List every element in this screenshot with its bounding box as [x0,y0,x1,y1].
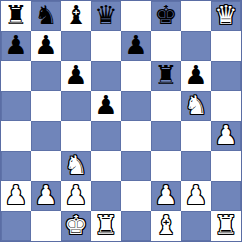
square-a1[interactable] [1,211,31,241]
square-c5[interactable] [61,91,91,121]
square-b6[interactable] [31,61,61,91]
square-h5[interactable] [211,91,241,121]
square-f8[interactable]: ♚ [151,1,181,31]
square-e4[interactable] [121,121,151,151]
square-h2[interactable] [211,181,241,211]
white-pawn-piece[interactable]: ♟ [154,180,177,210]
white-pawn-piece[interactable]: ♟ [214,120,237,150]
square-c2[interactable]: ♟ [61,181,91,211]
square-e6[interactable] [121,61,151,91]
black-knight-piece[interactable]: ♞ [34,0,57,30]
square-h8[interactable]: ♛ [211,1,241,31]
square-g3[interactable] [181,151,211,181]
square-a6[interactable] [1,61,31,91]
square-b2[interactable]: ♟ [31,181,61,211]
square-c7[interactable] [61,31,91,61]
square-f7[interactable] [151,31,181,61]
black-pawn-piece[interactable]: ♟ [4,30,27,60]
square-e3[interactable] [121,151,151,181]
square-c8[interactable]: ♝ [61,1,91,31]
square-d7[interactable] [91,31,121,61]
square-h3[interactable] [211,151,241,181]
white-rook-piece[interactable]: ♜ [214,210,237,240]
black-rook-piece[interactable]: ♜ [4,0,27,30]
square-d4[interactable] [91,121,121,151]
square-h7[interactable] [211,31,241,61]
square-d5[interactable]: ♟ [91,91,121,121]
black-pawn-piece[interactable]: ♟ [64,60,87,90]
square-d1[interactable]: ♜ [91,211,121,241]
square-a5[interactable] [1,91,31,121]
white-pawn-piece[interactable]: ♟ [34,180,57,210]
square-c6[interactable]: ♟ [61,61,91,91]
black-king-piece[interactable]: ♚ [154,0,177,30]
square-f2[interactable]: ♟ [151,181,181,211]
square-e2[interactable] [121,181,151,211]
black-pawn-piece[interactable]: ♟ [34,30,57,60]
square-e7[interactable]: ♟ [121,31,151,61]
square-g5[interactable]: ♞ [181,91,211,121]
square-c3[interactable]: ♞ [61,151,91,181]
black-pawn-piece[interactable]: ♟ [184,60,207,90]
square-h6[interactable] [211,61,241,91]
white-pawn-piece[interactable]: ♟ [184,180,207,210]
square-b1[interactable] [31,211,61,241]
square-b3[interactable] [31,151,61,181]
square-f6[interactable]: ♜ [151,61,181,91]
white-king-piece[interactable]: ♚ [64,210,87,240]
black-rook-piece[interactable]: ♜ [154,60,177,90]
square-a2[interactable]: ♟ [1,181,31,211]
square-b5[interactable] [31,91,61,121]
square-e1[interactable] [121,211,151,241]
square-f1[interactable]: ♝ [151,211,181,241]
square-a8[interactable]: ♜ [1,1,31,31]
square-a7[interactable]: ♟ [1,31,31,61]
square-a3[interactable] [1,151,31,181]
square-b8[interactable]: ♞ [31,1,61,31]
square-h4[interactable]: ♟ [211,121,241,151]
square-g6[interactable]: ♟ [181,61,211,91]
black-pawn-piece[interactable]: ♟ [94,90,117,120]
square-d6[interactable] [91,61,121,91]
square-g8[interactable] [181,1,211,31]
square-d3[interactable] [91,151,121,181]
square-e8[interactable] [121,1,151,31]
square-b4[interactable] [31,121,61,151]
square-f4[interactable] [151,121,181,151]
white-bishop-piece[interactable]: ♝ [154,210,177,240]
white-pawn-piece[interactable]: ♟ [4,180,27,210]
square-a4[interactable] [1,121,31,151]
chess-board: ♜♞♝♛♚♛♟♟♟♟♜♟♟♞♟♞♟♟♟♟♟♚♜♝♜ [0,0,242,242]
black-queen-piece[interactable]: ♛ [94,0,117,30]
square-f3[interactable] [151,151,181,181]
square-d8[interactable]: ♛ [91,1,121,31]
white-knight-piece[interactable]: ♞ [64,150,87,180]
square-c4[interactable] [61,121,91,151]
square-g1[interactable] [181,211,211,241]
square-b7[interactable]: ♟ [31,31,61,61]
square-g7[interactable] [181,31,211,61]
square-g4[interactable] [181,121,211,151]
square-h1[interactable]: ♜ [211,211,241,241]
white-knight-piece[interactable]: ♞ [184,90,207,120]
square-g2[interactable]: ♟ [181,181,211,211]
white-rook-piece[interactable]: ♜ [94,210,117,240]
square-d2[interactable] [91,181,121,211]
square-f5[interactable] [151,91,181,121]
white-queen-piece[interactable]: ♛ [214,0,237,30]
black-pawn-piece[interactable]: ♟ [124,30,147,60]
black-bishop-piece[interactable]: ♝ [64,0,87,30]
white-pawn-piece[interactable]: ♟ [64,180,87,210]
square-e5[interactable] [121,91,151,121]
square-c1[interactable]: ♚ [61,211,91,241]
